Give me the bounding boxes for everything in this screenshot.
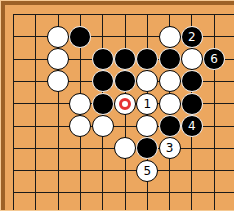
grid-line-vertical-1 (13, 14, 14, 211)
board-edge-border-top (1, 1, 234, 5)
stone-black (69, 26, 91, 48)
stone-black (136, 137, 158, 159)
grid-line-horizontal-8 (13, 170, 234, 171)
stone-white-move-3: 3 (159, 137, 181, 159)
stone-white (136, 70, 158, 92)
stone-black-move-4: 4 (181, 115, 203, 137)
stone-white (69, 115, 91, 137)
stone-white (136, 115, 158, 137)
move-number-6: 6 (210, 53, 218, 65)
stone-white (69, 93, 91, 115)
move-number-3: 3 (166, 142, 174, 154)
grid-line-horizontal-1 (13, 14, 234, 15)
stone-black (92, 48, 114, 70)
stone-white (181, 48, 203, 70)
stone-black (92, 93, 114, 115)
stone-black (136, 48, 158, 70)
stone-black (114, 70, 136, 92)
board-edge-border-left (1, 1, 5, 211)
stone-white (47, 48, 69, 70)
stone-white (114, 137, 136, 159)
go-board: 261435 (0, 0, 234, 211)
stone-white (159, 70, 181, 92)
stone-white-move-5: 5 (136, 160, 158, 182)
stone-black (114, 48, 136, 70)
grid-line-vertical-10 (214, 14, 215, 211)
stone-black (92, 70, 114, 92)
move-number-2: 2 (188, 31, 196, 43)
grid-line-vertical-2 (35, 14, 36, 211)
stone-black (181, 70, 203, 92)
stone-white (159, 26, 181, 48)
stone-black (181, 93, 203, 115)
circle-marker-icon (119, 98, 131, 110)
stone-black-move-6: 6 (203, 48, 225, 70)
stone-white-marked (114, 93, 136, 115)
move-number-4: 4 (188, 120, 196, 132)
stone-black (159, 115, 181, 137)
stone-white-move-1: 1 (136, 93, 158, 115)
stone-white (92, 115, 114, 137)
stone-white (47, 70, 69, 92)
stone-black (159, 48, 181, 70)
move-number-1: 1 (143, 98, 151, 110)
move-number-5: 5 (143, 165, 151, 177)
board-edge-highlight-bottom (0, 210, 234, 211)
stone-white (47, 26, 69, 48)
stone-black-move-2: 2 (181, 26, 203, 48)
grid-line-horizontal-9 (13, 192, 234, 193)
stone-white (159, 93, 181, 115)
